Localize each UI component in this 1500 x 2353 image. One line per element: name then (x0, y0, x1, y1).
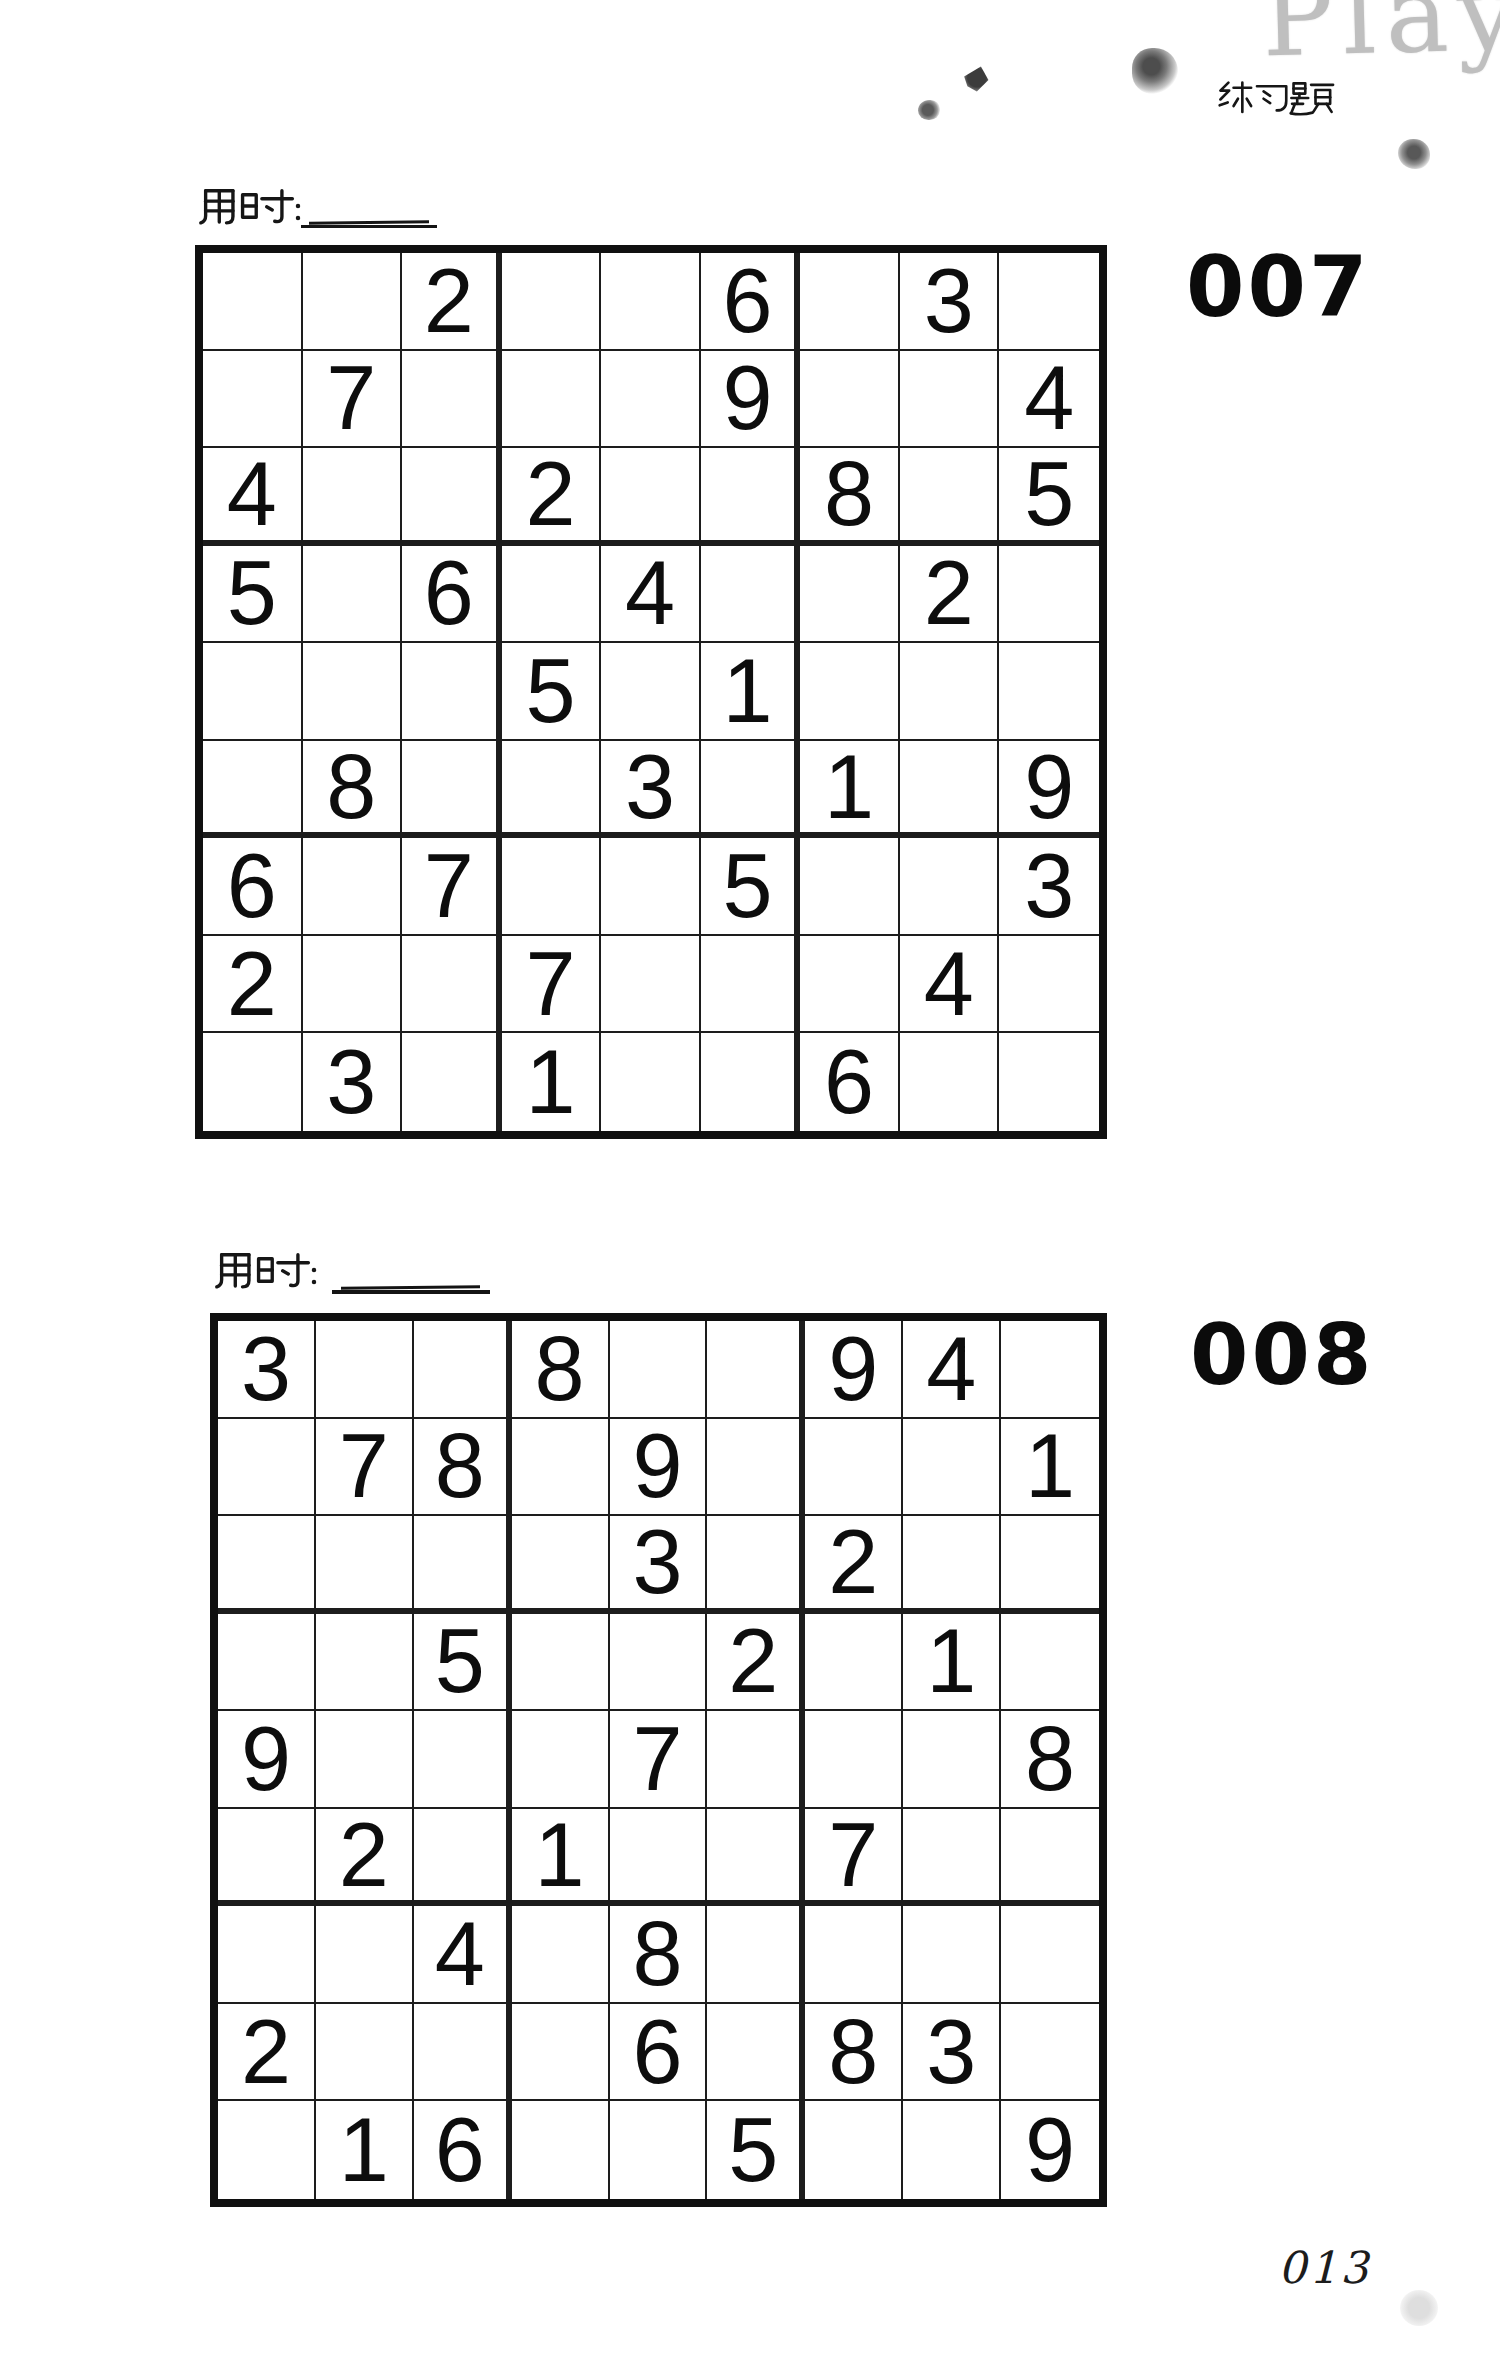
puzzle-008-cell-r7c5: 8 (610, 1906, 708, 2004)
puzzle-008-cell-r5c3 (414, 1711, 512, 1809)
ink-speckle (1398, 139, 1430, 169)
practice-problems-glyphs (1216, 78, 1336, 118)
puzzle-008-cell-r6c5 (610, 1809, 708, 1907)
puzzle-007-cell-r2c4 (502, 351, 602, 449)
puzzle-008-cell-r5c8 (903, 1711, 1001, 1809)
puzzle-007-cell-r2c9: 4 (999, 351, 1099, 449)
puzzle-008-cell-r3c9 (1001, 1516, 1099, 1614)
puzzle-008-cell-r2c9: 1 (1001, 1419, 1099, 1517)
puzzle-008-cell-r1c7: 9 (805, 1321, 903, 1419)
sudoku-grid-007: 263794428556425183196753274316 (195, 245, 1107, 1139)
ink-speckle (1132, 48, 1178, 94)
puzzle-007-cell-r6c7: 1 (800, 741, 900, 839)
puzzle-008-cell-r8c1: 2 (218, 2004, 316, 2102)
ink-speckle (918, 100, 940, 120)
puzzle-007-cell-r6c8 (900, 741, 1000, 839)
puzzle-008-cell-r1c4: 8 (512, 1321, 610, 1419)
puzzle-008-cell-r8c9 (1001, 2004, 1099, 2102)
puzzle-008-cell-r7c9 (1001, 1906, 1099, 2004)
puzzle-007-cell-r6c5: 3 (601, 741, 701, 839)
puzzle-008-cell-r6c8 (903, 1809, 1001, 1907)
puzzle-007-cell-r9c6 (701, 1033, 801, 1131)
puzzle-008-cell-r8c5: 6 (610, 2004, 708, 2102)
puzzle-007-cell-r6c9: 9 (999, 741, 1099, 839)
puzzle-008-cell-r2c8 (903, 1419, 1001, 1517)
puzzle-007-cell-r4c3: 6 (402, 546, 502, 644)
puzzle-008-cell-r7c3: 4 (414, 1906, 512, 2004)
puzzle-008-cell-r2c7 (805, 1419, 903, 1517)
puzzle-007-cell-r9c8 (900, 1033, 1000, 1131)
puzzle-007-cell-r5c1 (203, 643, 303, 741)
puzzle-007-cell-r8c8: 4 (900, 936, 1000, 1034)
puzzle-007-cell-r7c5 (601, 838, 701, 936)
puzzle-008-cell-r3c2 (316, 1516, 414, 1614)
puzzle-008-cell-r9c6: 5 (707, 2101, 805, 2199)
puzzle-007-cell-r1c4 (502, 253, 602, 351)
puzzle-007-cell-r3c4: 2 (502, 448, 602, 546)
time-used-label-008: 用时: (212, 1248, 318, 1292)
puzzle-008-cell-r9c3: 6 (414, 2101, 512, 2199)
puzzle-007-cell-r6c2: 8 (303, 741, 403, 839)
puzzle-007-cell-r1c5 (601, 253, 701, 351)
puzzle-007-cell-r5c6: 1 (701, 643, 801, 741)
time-used-glyphs-007 (196, 184, 302, 228)
puzzle-007-cell-r4c7 (800, 546, 900, 644)
puzzle-008-cell-r4c7 (805, 1614, 903, 1712)
puzzle-007-cell-r9c7: 6 (800, 1033, 900, 1131)
puzzle-008-cell-r8c4 (512, 2004, 610, 2102)
puzzle-007-cell-r4c5: 4 (601, 546, 701, 644)
puzzle-008-cell-r6c2: 2 (316, 1809, 414, 1907)
puzzle-007-cell-r2c5 (601, 351, 701, 449)
page-number: 013 (1278, 2242, 1371, 2293)
puzzle-008-cell-r3c3 (414, 1516, 512, 1614)
puzzle-007-cell-r7c9: 3 (999, 838, 1099, 936)
puzzle-007-cell-r2c7 (800, 351, 900, 449)
puzzle-007-cell-r5c8 (900, 643, 1000, 741)
puzzle-008-cell-r6c6 (707, 1809, 805, 1907)
puzzle-007-cell-r7c6: 5 (701, 838, 801, 936)
puzzle-008-cell-r4c4 (512, 1614, 610, 1712)
puzzle-008-cell-r8c3 (414, 2004, 512, 2102)
puzzle-007-cell-r4c1: 5 (203, 546, 303, 644)
puzzle-007-cell-r2c2: 7 (303, 351, 403, 449)
practice-problems-label: 练习题 (1216, 78, 1336, 118)
puzzle-number-007: 007 (1186, 238, 1370, 336)
puzzle-008-cell-r5c6 (707, 1711, 805, 1809)
puzzle-008-cell-r9c4 (512, 2101, 610, 2199)
puzzle-007-cell-r5c5 (601, 643, 701, 741)
scanned-sudoku-book-page: Play 练习题 (0, 0, 1500, 2353)
puzzle-007-cell-r7c7 (800, 838, 900, 936)
puzzle-007-cell-r3c6 (701, 448, 801, 546)
puzzle-007-cell-r5c3 (402, 643, 502, 741)
puzzle-008-cell-r7c8 (903, 1906, 1001, 2004)
puzzle-007-cell-r5c2 (303, 643, 403, 741)
ink-speckle (1400, 2290, 1438, 2326)
puzzle-007-cell-r9c3 (402, 1033, 502, 1131)
puzzle-007-cell-r4c4 (502, 546, 602, 644)
puzzle-007-cell-r3c1: 4 (203, 448, 303, 546)
puzzle-007-cell-r8c3 (402, 936, 502, 1034)
puzzle-008-cell-r1c8: 4 (903, 1321, 1001, 1419)
puzzle-008-cell-r9c8 (903, 2101, 1001, 2199)
puzzle-008-cell-r5c5: 7 (610, 1711, 708, 1809)
puzzle-007-cell-r6c6 (701, 741, 801, 839)
puzzle-008-cell-r1c5 (610, 1321, 708, 1419)
puzzle-007-cell-r1c7 (800, 253, 900, 351)
puzzle-007-cell-r3c9: 5 (999, 448, 1099, 546)
puzzle-007-cell-r6c4 (502, 741, 602, 839)
puzzle-007-cell-r4c6 (701, 546, 801, 644)
puzzle-008-cell-r5c4 (512, 1711, 610, 1809)
puzzle-007-cell-r9c4: 1 (502, 1033, 602, 1131)
puzzle-008-cell-r8c2 (316, 2004, 414, 2102)
puzzle-008-cell-r7c4 (512, 1906, 610, 2004)
puzzle-008-cell-r6c1 (218, 1809, 316, 1907)
time-used-blank-line-007 (301, 225, 437, 228)
puzzle-007-cell-r4c8: 2 (900, 546, 1000, 644)
puzzle-007-cell-r9c1 (203, 1033, 303, 1131)
puzzle-008-cell-r1c3 (414, 1321, 512, 1419)
puzzle-007-cell-r5c7 (800, 643, 900, 741)
puzzle-007-cell-r9c2: 3 (303, 1033, 403, 1131)
puzzle-008-cell-r5c1: 9 (218, 1711, 316, 1809)
play-logo: Play (1260, 0, 1500, 80)
puzzle-008-cell-r4c6: 2 (707, 1614, 805, 1712)
sudoku-grid-008: 38947891325219782174826831659 (210, 1313, 1107, 2207)
puzzle-007-cell-r1c9 (999, 253, 1099, 351)
puzzle-007-cell-r7c8 (900, 838, 1000, 936)
puzzle-008-cell-r2c4 (512, 1419, 610, 1517)
puzzle-008-cell-r6c3 (414, 1809, 512, 1907)
puzzle-008-cell-r9c7 (805, 2101, 903, 2199)
puzzle-007-cell-r7c3: 7 (402, 838, 502, 936)
puzzle-007-cell-r4c9 (999, 546, 1099, 644)
puzzle-007-cell-r1c3: 2 (402, 253, 502, 351)
puzzle-008-cell-r7c7 (805, 1906, 903, 2004)
puzzle-007-cell-r2c8 (900, 351, 1000, 449)
time-used-glyphs-008 (212, 1248, 318, 1292)
puzzle-007-cell-r5c9 (999, 643, 1099, 741)
puzzle-008-cell-r4c5 (610, 1614, 708, 1712)
puzzle-008-cell-r3c6 (707, 1516, 805, 1614)
puzzle-007-cell-r8c6 (701, 936, 801, 1034)
puzzle-008-cell-r2c3: 8 (414, 1419, 512, 1517)
puzzle-008-cell-r3c7: 2 (805, 1516, 903, 1614)
puzzle-007-cell-r7c2 (303, 838, 403, 936)
puzzle-008-cell-r1c2 (316, 1321, 414, 1419)
puzzle-007-cell-r7c4 (502, 838, 602, 936)
puzzle-008-cell-r5c9: 8 (1001, 1711, 1099, 1809)
puzzle-008-cell-r7c6 (707, 1906, 805, 2004)
puzzle-007-cell-r2c1 (203, 351, 303, 449)
puzzle-008-cell-r3c5: 3 (610, 1516, 708, 1614)
puzzle-007-cell-r4c2 (303, 546, 403, 644)
puzzle-008-cell-r9c5 (610, 2101, 708, 2199)
puzzle-007-cell-r1c8: 3 (900, 253, 1000, 351)
puzzle-008-cell-r9c2: 1 (316, 2101, 414, 2199)
puzzle-number-008: 008 (1190, 1306, 1374, 1404)
puzzle-007-cell-r2c6: 9 (701, 351, 801, 449)
puzzle-007-cell-r8c2 (303, 936, 403, 1034)
puzzle-007-cell-r6c1 (203, 741, 303, 839)
puzzle-007-cell-r8c7 (800, 936, 900, 1034)
puzzle-008-cell-r8c8: 3 (903, 2004, 1001, 2102)
puzzle-008-cell-r2c2: 7 (316, 1419, 414, 1517)
puzzle-007-cell-r2c3 (402, 351, 502, 449)
puzzle-008-cell-r1c1: 3 (218, 1321, 316, 1419)
puzzle-008-cell-r2c1 (218, 1419, 316, 1517)
puzzle-007-cell-r9c9 (999, 1033, 1099, 1131)
puzzle-008-cell-r2c6 (707, 1419, 805, 1517)
puzzle-008-cell-r6c9 (1001, 1809, 1099, 1907)
puzzle-008-cell-r9c1 (218, 2101, 316, 2199)
puzzle-008-cell-r4c8: 1 (903, 1614, 1001, 1712)
time-used-label-007: 用时: (196, 184, 302, 228)
puzzle-008-cell-r5c2 (316, 1711, 414, 1809)
puzzle-008-cell-r3c4 (512, 1516, 610, 1614)
puzzle-008-cell-r4c2 (316, 1614, 414, 1712)
puzzle-007-cell-r3c8 (900, 448, 1000, 546)
puzzle-007-cell-r1c6: 6 (701, 253, 801, 351)
puzzle-007-cell-r1c1 (203, 253, 303, 351)
time-used-blank-line-008 (332, 1290, 490, 1294)
puzzle-008-cell-r6c4: 1 (512, 1809, 610, 1907)
puzzle-008-cell-r6c7: 7 (805, 1809, 903, 1907)
puzzle-008-cell-r8c7: 8 (805, 2004, 903, 2102)
puzzle-008-cell-r1c6 (707, 1321, 805, 1419)
puzzle-008-cell-r3c1 (218, 1516, 316, 1614)
puzzle-008-cell-r1c9 (1001, 1321, 1099, 1419)
puzzle-008-cell-r7c2 (316, 1906, 414, 2004)
puzzle-007-cell-r8c9 (999, 936, 1099, 1034)
puzzle-007-cell-r6c3 (402, 741, 502, 839)
puzzle-007-cell-r7c1: 6 (203, 838, 303, 936)
puzzle-007-cell-r3c5 (601, 448, 701, 546)
puzzle-008-cell-r2c5: 9 (610, 1419, 708, 1517)
puzzle-008-cell-r9c9: 9 (1001, 2101, 1099, 2199)
puzzle-007-cell-r5c4: 5 (502, 643, 602, 741)
puzzle-007-cell-r3c7: 8 (800, 448, 900, 546)
puzzle-008-cell-r7c1 (218, 1906, 316, 2004)
puzzle-008-cell-r8c6 (707, 2004, 805, 2102)
puzzle-007-cell-r9c5 (601, 1033, 701, 1131)
puzzle-008-cell-r3c8 (903, 1516, 1001, 1614)
puzzle-008-cell-r5c7 (805, 1711, 903, 1809)
puzzle-007-cell-r8c5 (601, 936, 701, 1034)
puzzle-008-cell-r4c3: 5 (414, 1614, 512, 1712)
puzzle-007-cell-r8c1: 2 (203, 936, 303, 1034)
puzzle-008-cell-r4c1 (218, 1614, 316, 1712)
puzzle-007-cell-r3c3 (402, 448, 502, 546)
puzzle-008-cell-r4c9 (1001, 1614, 1099, 1712)
ink-speckle (962, 66, 989, 92)
puzzle-007-cell-r1c2 (303, 253, 403, 351)
puzzle-007-cell-r3c2 (303, 448, 403, 546)
puzzle-007-cell-r8c4: 7 (502, 936, 602, 1034)
